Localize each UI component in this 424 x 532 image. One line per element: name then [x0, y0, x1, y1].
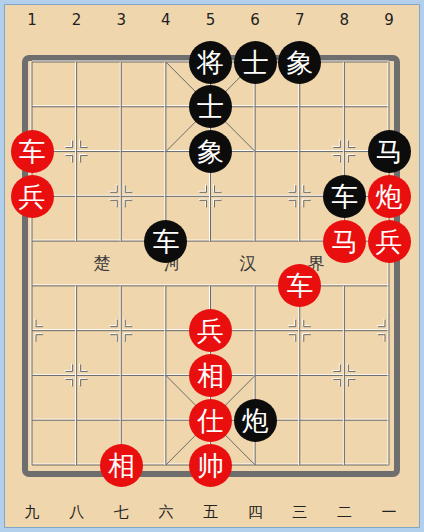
piece-black-chariot[interactable]: 车 [323, 175, 366, 218]
piece-black-horse[interactable]: 马 [368, 130, 411, 173]
file-label-bottom-4: 六 [155, 502, 177, 522]
piece-red-general[interactable]: 帅 [189, 444, 232, 487]
piece-red-horse[interactable]: 马 [323, 220, 366, 263]
xiangqi-app: { "game": "xiangqi", "position": { "fen"… [0, 0, 424, 532]
file-label-top-3: 3 [110, 10, 132, 30]
file-label-top-5: 5 [200, 10, 222, 30]
file-label-top-8: 8 [333, 10, 355, 30]
piece-black-chariot[interactable]: 车 [144, 220, 187, 263]
piece-red-soldier[interactable]: 兵 [189, 309, 232, 352]
piece-black-elephant[interactable]: 象 [189, 130, 232, 173]
file-label-top-9: 9 [378, 10, 400, 30]
piece-black-advisor[interactable]: 士 [189, 85, 232, 128]
file-label-bottom-6: 四 [244, 502, 266, 522]
piece-red-soldier[interactable]: 兵 [11, 175, 54, 218]
piece-red-elephant[interactable]: 相 [189, 354, 232, 397]
river-char-3: 汉 [237, 252, 259, 274]
piece-black-cannon[interactable]: 炮 [234, 399, 277, 442]
file-label-bottom-8: 二 [333, 502, 355, 522]
piece-red-cannon[interactable]: 炮 [368, 175, 411, 218]
piece-black-elephant[interactable]: 象 [278, 41, 321, 84]
file-label-bottom-5: 五 [200, 502, 222, 522]
file-label-top-7: 7 [289, 10, 311, 30]
river-char-1: 楚 [91, 252, 113, 274]
piece-black-general[interactable]: 将 [189, 41, 232, 84]
file-label-top-4: 4 [155, 10, 177, 30]
piece-red-advisor[interactable]: 仕 [189, 399, 232, 442]
file-label-bottom-3: 七 [110, 502, 132, 522]
file-label-bottom-7: 三 [289, 502, 311, 522]
file-label-bottom-2: 八 [66, 502, 88, 522]
file-label-bottom-9: 一 [378, 502, 400, 522]
piece-red-elephant[interactable]: 相 [100, 444, 143, 487]
piece-red-soldier[interactable]: 兵 [368, 220, 411, 263]
piece-black-advisor[interactable]: 士 [234, 41, 277, 84]
file-label-top-2: 2 [66, 10, 88, 30]
file-label-top-6: 6 [244, 10, 266, 30]
piece-red-chariot[interactable]: 车 [11, 130, 54, 173]
file-label-bottom-1: 九 [21, 502, 43, 522]
file-label-top-1: 1 [21, 10, 43, 30]
